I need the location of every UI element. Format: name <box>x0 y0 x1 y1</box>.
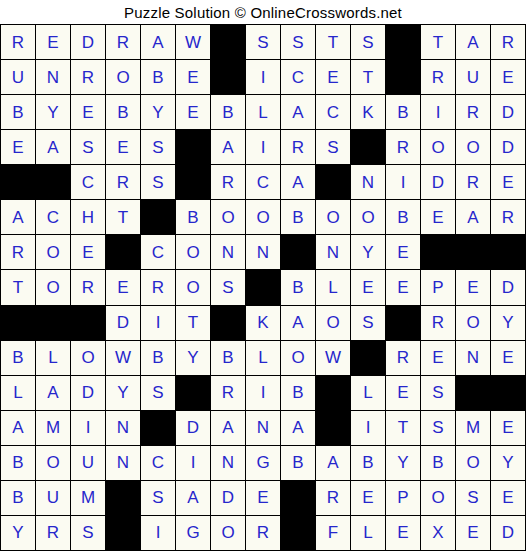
letter-cell: S <box>351 306 385 340</box>
letter-cell: Y <box>1 516 35 550</box>
letter-cell: N <box>36 60 70 94</box>
letter-cell: T <box>1 270 35 304</box>
black-cell <box>106 481 140 515</box>
letter-cell: E <box>456 516 490 550</box>
letter-cell: L <box>1 376 35 410</box>
letter-cell: R <box>386 341 420 375</box>
letter-cell: O <box>456 130 490 164</box>
black-cell <box>281 235 315 269</box>
letter-cell: R <box>386 130 420 164</box>
letter-cell: O <box>71 341 105 375</box>
black-cell <box>421 235 455 269</box>
letter-cell: O <box>211 200 245 234</box>
letter-cell: B <box>1 446 35 480</box>
letter-cell: E <box>71 95 105 129</box>
letter-cell: B <box>211 341 245 375</box>
letter-cell: N <box>456 341 490 375</box>
black-cell <box>36 165 70 199</box>
letter-cell: R <box>246 516 280 550</box>
black-cell <box>281 481 315 515</box>
letter-cell: S <box>421 411 455 445</box>
letter-cell: I <box>141 306 175 340</box>
letter-cell: E <box>491 411 525 445</box>
letter-cell: A <box>211 411 245 445</box>
letter-cell: C <box>71 165 105 199</box>
letter-cell: A <box>36 376 70 410</box>
letter-cell: O <box>351 200 385 234</box>
letter-cell: R <box>1 25 35 59</box>
letter-cell: R <box>1 235 35 269</box>
letter-cell: S <box>456 481 490 515</box>
letter-cell: E <box>71 235 105 269</box>
letter-cell: R <box>491 25 525 59</box>
letter-cell: G <box>176 516 210 550</box>
letter-cell: A <box>1 200 35 234</box>
letter-cell: A <box>176 481 210 515</box>
letter-cell: E <box>316 60 350 94</box>
letter-cell: N <box>211 446 245 480</box>
letter-cell: B <box>141 341 175 375</box>
letter-cell: E <box>421 341 455 375</box>
letter-cell: A <box>211 130 245 164</box>
letter-cell: S <box>71 516 105 550</box>
letter-cell: F <box>316 516 350 550</box>
letter-cell: R <box>281 130 315 164</box>
letter-cell: W <box>176 25 210 59</box>
black-cell <box>211 25 245 59</box>
letter-cell: T <box>386 411 420 445</box>
letter-cell: A <box>36 130 70 164</box>
letter-cell: O <box>316 200 350 234</box>
black-cell <box>1 165 35 199</box>
letter-cell: C <box>316 95 350 129</box>
letter-cell: E <box>491 341 525 375</box>
letter-cell: R <box>71 270 105 304</box>
letter-cell: E <box>386 516 420 550</box>
letter-cell: E <box>491 60 525 94</box>
letter-cell: N <box>106 411 140 445</box>
black-cell <box>386 306 420 340</box>
letter-cell: U <box>36 481 70 515</box>
black-cell <box>141 200 175 234</box>
black-cell <box>281 516 315 550</box>
letter-cell: T <box>176 306 210 340</box>
letter-cell: M <box>71 481 105 515</box>
letter-cell: S <box>141 130 175 164</box>
letter-cell: L <box>36 341 70 375</box>
letter-cell: E <box>106 130 140 164</box>
letter-cell: L <box>351 376 385 410</box>
letter-cell: T <box>421 25 455 59</box>
letter-cell: O <box>281 341 315 375</box>
letter-cell: Y <box>106 376 140 410</box>
letter-cell: R <box>421 306 455 340</box>
letter-cell: Y <box>141 95 175 129</box>
black-cell <box>106 516 140 550</box>
letter-cell: A <box>281 165 315 199</box>
letter-cell: S <box>351 25 385 59</box>
black-cell <box>176 130 210 164</box>
letter-cell: L <box>351 516 385 550</box>
letter-cell: E <box>491 165 525 199</box>
letter-cell: X <box>421 516 455 550</box>
letter-cell: O <box>246 200 280 234</box>
black-cell <box>351 130 385 164</box>
letter-cell: A <box>141 25 175 59</box>
letter-cell: E <box>386 235 420 269</box>
letter-cell: A <box>316 446 350 480</box>
puzzle-title: Puzzle Solution © OnlineCrosswords.net <box>0 0 526 24</box>
black-cell <box>176 165 210 199</box>
letter-cell: I <box>386 165 420 199</box>
letter-cell: O <box>211 516 245 550</box>
letter-cell: E <box>456 270 490 304</box>
letter-cell: E <box>36 25 70 59</box>
letter-cell: B <box>351 446 385 480</box>
letter-cell: L <box>316 270 350 304</box>
letter-cell: O <box>421 481 455 515</box>
letter-cell: G <box>246 446 280 480</box>
letter-cell: S <box>71 130 105 164</box>
black-cell <box>211 306 245 340</box>
letter-cell: W <box>106 341 140 375</box>
black-cell <box>456 235 490 269</box>
letter-cell: L <box>246 95 280 129</box>
letter-cell: S <box>141 165 175 199</box>
letter-cell: M <box>36 411 70 445</box>
letter-cell: R <box>491 200 525 234</box>
letter-cell: I <box>71 411 105 445</box>
black-cell <box>1 306 35 340</box>
letter-cell: B <box>281 376 315 410</box>
letter-cell: R <box>211 376 245 410</box>
letter-cell: I <box>141 516 175 550</box>
letter-cell: Y <box>491 446 525 480</box>
letter-cell: T <box>106 200 140 234</box>
letter-cell: O <box>176 270 210 304</box>
letter-cell: P <box>386 481 420 515</box>
letter-cell: D <box>211 481 245 515</box>
letter-cell: Y <box>491 306 525 340</box>
black-cell <box>141 411 175 445</box>
letter-cell: O <box>36 270 70 304</box>
letter-cell: C <box>36 200 70 234</box>
letter-cell: B <box>1 95 35 129</box>
letter-cell: O <box>421 130 455 164</box>
letter-cell: C <box>281 60 315 94</box>
letter-cell: R <box>141 270 175 304</box>
letter-cell: O <box>176 235 210 269</box>
black-cell <box>211 60 245 94</box>
letter-cell: R <box>106 165 140 199</box>
letter-cell: E <box>176 60 210 94</box>
black-cell <box>176 376 210 410</box>
black-cell <box>106 235 140 269</box>
letter-cell: N <box>106 446 140 480</box>
letter-cell: I <box>246 60 280 94</box>
letter-cell: D <box>106 306 140 340</box>
letter-cell: P <box>421 270 455 304</box>
letter-cell: T <box>316 25 350 59</box>
letter-cell: N <box>351 165 385 199</box>
letter-cell: D <box>491 95 525 129</box>
letter-cell: B <box>421 446 455 480</box>
letter-cell: N <box>316 235 350 269</box>
letter-cell: K <box>351 95 385 129</box>
black-cell <box>246 270 280 304</box>
black-cell <box>386 25 420 59</box>
black-cell <box>316 411 350 445</box>
letter-cell: B <box>106 95 140 129</box>
letter-cell: B <box>211 95 245 129</box>
letter-cell: A <box>281 306 315 340</box>
letter-cell: B <box>1 341 35 375</box>
letter-cell: C <box>141 235 175 269</box>
letter-cell: N <box>211 235 245 269</box>
letter-cell: I <box>421 95 455 129</box>
letter-cell: S <box>246 25 280 59</box>
letter-cell: D <box>491 130 525 164</box>
letter-cell: O <box>316 306 350 340</box>
letter-cell: I <box>246 376 280 410</box>
black-cell <box>386 60 420 94</box>
letter-cell: N <box>246 235 280 269</box>
letter-cell: E <box>491 481 525 515</box>
black-cell <box>316 165 350 199</box>
letter-cell: S <box>141 376 175 410</box>
letter-cell: E <box>176 95 210 129</box>
black-cell <box>71 306 105 340</box>
letter-cell: I <box>351 411 385 445</box>
letter-cell: I <box>176 446 210 480</box>
letter-cell: B <box>281 200 315 234</box>
letter-cell: E <box>351 481 385 515</box>
letter-cell: E <box>386 270 420 304</box>
black-cell <box>456 376 490 410</box>
letter-cell: E <box>351 270 385 304</box>
letter-cell: O <box>36 235 70 269</box>
letter-cell: R <box>211 165 245 199</box>
letter-cell: U <box>1 60 35 94</box>
letter-cell: U <box>456 60 490 94</box>
letter-cell: N <box>246 411 280 445</box>
letter-cell: R <box>456 165 490 199</box>
letter-cell: A <box>456 200 490 234</box>
letter-cell: S <box>421 376 455 410</box>
letter-cell: R <box>71 60 105 94</box>
letter-cell: W <box>316 341 350 375</box>
crossword-grid: REDRAWSSTSTARUNROBEICETRUEBYEBYEBLACKBIR… <box>0 24 526 551</box>
letter-cell: B <box>1 481 35 515</box>
letter-cell: Y <box>176 341 210 375</box>
letter-cell: C <box>246 165 280 199</box>
letter-cell: C <box>141 446 175 480</box>
letter-cell: O <box>106 60 140 94</box>
letter-cell: U <box>71 446 105 480</box>
letter-cell: S <box>281 25 315 59</box>
letter-cell: E <box>421 200 455 234</box>
letter-cell: A <box>281 95 315 129</box>
letter-cell: Y <box>36 95 70 129</box>
letter-cell: O <box>36 446 70 480</box>
letter-cell: A <box>281 411 315 445</box>
page: Puzzle Solution © OnlineCrosswords.net R… <box>0 0 526 551</box>
letter-cell: D <box>71 376 105 410</box>
letter-cell: D <box>71 25 105 59</box>
black-cell <box>491 235 525 269</box>
letter-cell: B <box>386 95 420 129</box>
letter-cell: R <box>106 25 140 59</box>
letter-cell: Y <box>351 235 385 269</box>
letter-cell: D <box>491 516 525 550</box>
letter-cell: L <box>246 341 280 375</box>
letter-cell: A <box>456 25 490 59</box>
letter-cell: D <box>491 270 525 304</box>
letter-cell: R <box>421 60 455 94</box>
letter-cell: E <box>246 481 280 515</box>
letter-cell: S <box>211 270 245 304</box>
letter-cell: M <box>456 411 490 445</box>
letter-cell: A <box>1 411 35 445</box>
letter-cell: R <box>36 516 70 550</box>
letter-cell: E <box>106 270 140 304</box>
letter-cell: S <box>316 130 350 164</box>
letter-cell: R <box>456 95 490 129</box>
letter-cell: Y <box>386 446 420 480</box>
letter-cell: O <box>456 306 490 340</box>
letter-cell: B <box>281 270 315 304</box>
letter-cell: E <box>1 130 35 164</box>
black-cell <box>36 306 70 340</box>
letter-cell: S <box>141 481 175 515</box>
letter-cell: R <box>316 481 350 515</box>
letter-cell: E <box>386 376 420 410</box>
letter-cell: D <box>421 165 455 199</box>
letter-cell: T <box>351 60 385 94</box>
black-cell <box>351 341 385 375</box>
letter-cell: B <box>386 200 420 234</box>
black-cell <box>316 376 350 410</box>
letter-cell: I <box>246 130 280 164</box>
letter-cell: B <box>141 60 175 94</box>
letter-cell: B <box>281 446 315 480</box>
letter-cell: O <box>456 446 490 480</box>
black-cell <box>491 376 525 410</box>
letter-cell: B <box>176 200 210 234</box>
letter-cell: K <box>246 306 280 340</box>
letter-cell: D <box>176 411 210 445</box>
letter-cell: H <box>71 200 105 234</box>
